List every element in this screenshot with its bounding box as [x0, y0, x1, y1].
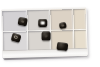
tray-grid: [2, 9, 86, 51]
insert-tray: [1, 7, 87, 58]
compartment-r1c4: [73, 9, 86, 30]
carbide-insert-r1c2: [38, 19, 47, 27]
compartment-r2c4: [74, 30, 87, 49]
carbide-insert-r1c3: [59, 22, 67, 29]
carbide-insert-r2c2: [42, 31, 51, 40]
photo-scene: [0, 0, 100, 67]
carbide-insert-r2c3: [56, 42, 68, 51]
carbide-insert-r1c1: [18, 17, 28, 26]
